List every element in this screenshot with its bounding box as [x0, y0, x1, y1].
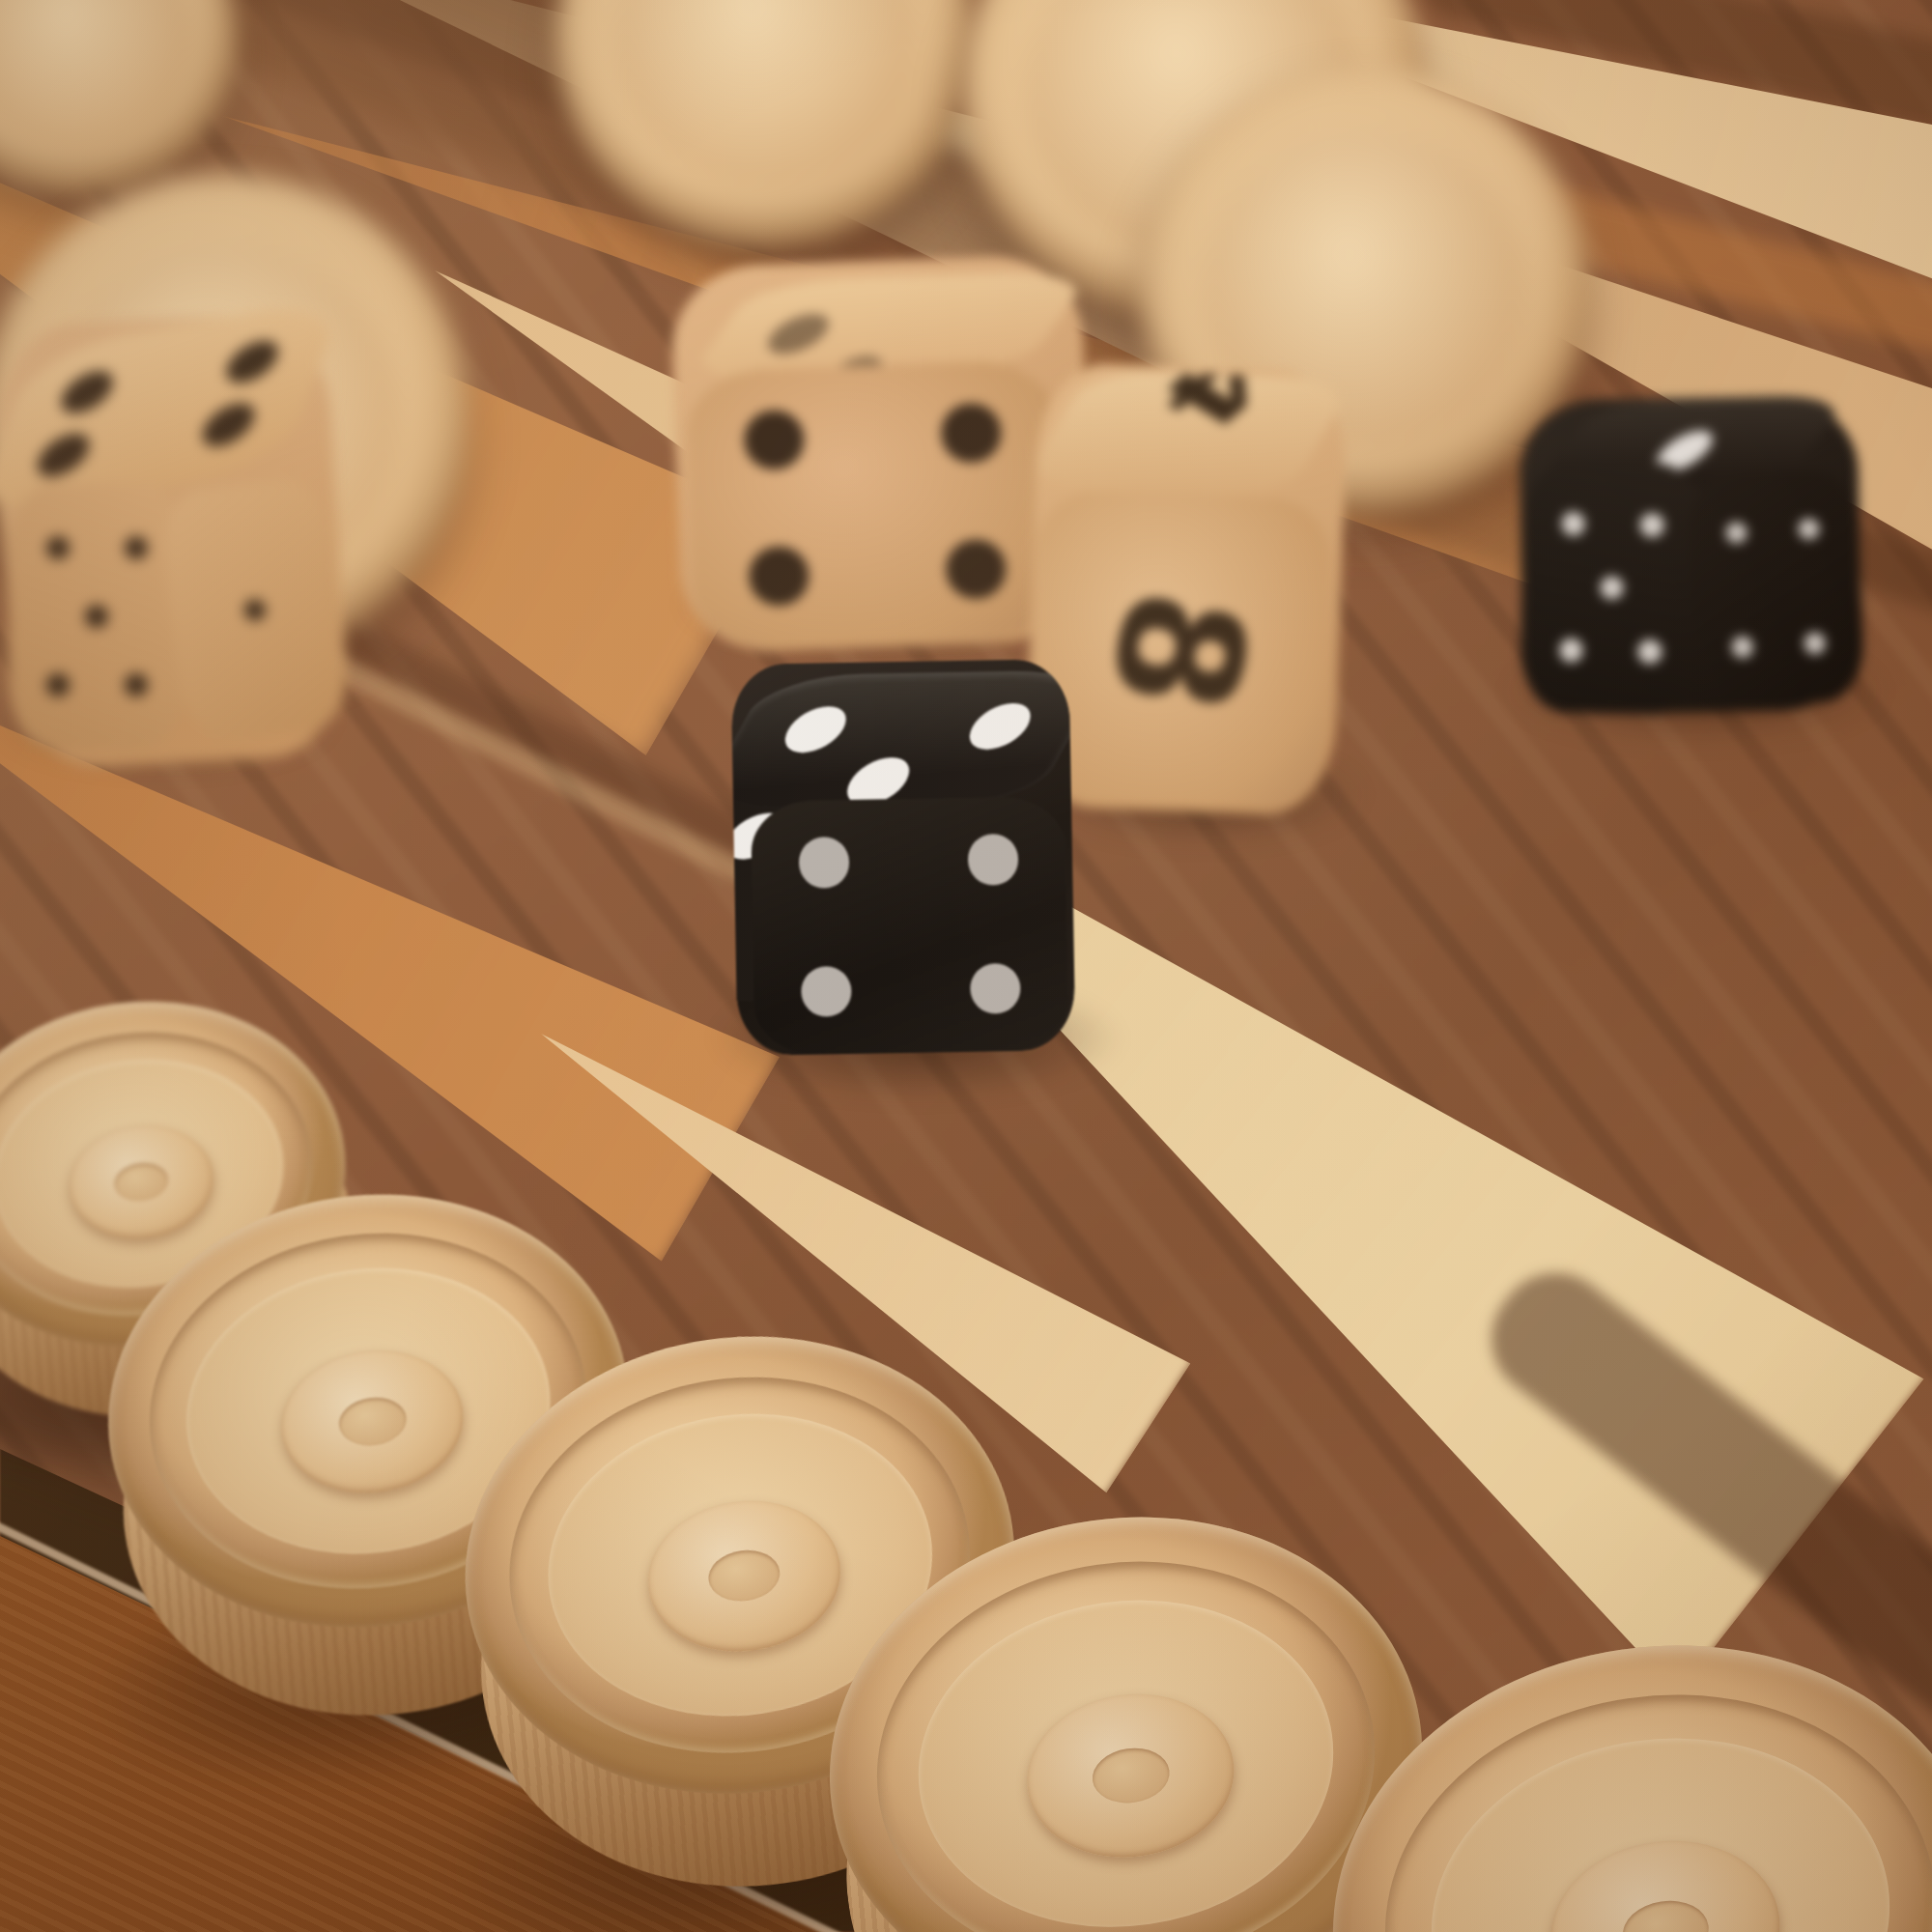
die-pip [1725, 522, 1748, 545]
die-pip [744, 410, 805, 470]
backgammon-photo-scene: 4 8 [0, 0, 1932, 1932]
die-pip [1561, 512, 1585, 536]
black-die-right[interactable] [1519, 395, 1862, 715]
die-face-right [157, 474, 354, 746]
black-die-center[interactable] [730, 659, 1075, 1056]
die-pip [959, 702, 1040, 750]
die-pip [1559, 639, 1583, 663]
die-pip [1798, 518, 1821, 541]
die-pip [1600, 576, 1624, 600]
die-pip [1640, 513, 1664, 537]
die-pip [243, 598, 268, 622]
die-pip [967, 834, 1018, 885]
die-pip [1638, 639, 1662, 664]
doubling-cube[interactable]: 4 8 [1024, 362, 1349, 817]
die-face-left [1520, 461, 1703, 715]
die-pip [46, 535, 70, 558]
die-pip [1804, 632, 1827, 655]
die-face-front [686, 359, 1065, 650]
doubling-cube-front-face: 8 [1027, 491, 1331, 811]
die-pip [1731, 636, 1754, 659]
die-pip [31, 430, 96, 480]
die-face-right [1685, 468, 1865, 708]
die-pip [757, 313, 839, 355]
die-face-front [750, 796, 1068, 1056]
die-pip [749, 546, 810, 607]
wooden-die-left[interactable] [0, 310, 350, 771]
die-pip [798, 837, 849, 888]
die-pip [946, 539, 1007, 600]
die-pip [46, 673, 70, 696]
wooden-die-center[interactable] [669, 254, 1094, 655]
die-pip [969, 963, 1020, 1014]
die-pip [125, 673, 148, 696]
die-pip [196, 399, 261, 449]
die-pip [800, 966, 851, 1017]
die-pip [85, 605, 108, 628]
die-pip [775, 706, 856, 753]
die-pip [125, 535, 148, 558]
die-face-left [9, 483, 185, 750]
die-pip [941, 403, 1002, 464]
